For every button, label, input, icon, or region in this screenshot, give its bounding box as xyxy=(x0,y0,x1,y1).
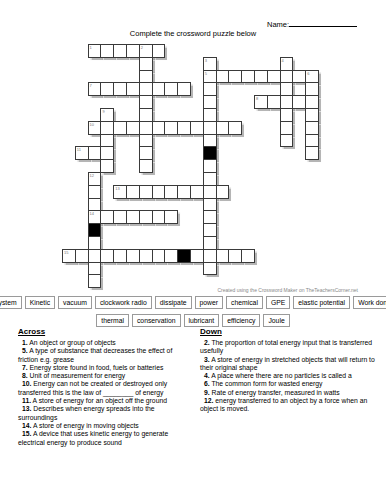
crossword-cell[interactable]: 4 xyxy=(280,57,294,71)
crossword-cell[interactable] xyxy=(126,82,140,96)
crossword-cell[interactable] xyxy=(164,121,178,135)
crossword-cell[interactable] xyxy=(305,146,319,160)
clue-number: 2 xyxy=(141,45,143,50)
across-clue: 5. A type of substance that decreases th… xyxy=(18,347,194,364)
crossword-cell[interactable] xyxy=(139,159,153,173)
clue-number: 3 xyxy=(205,58,207,63)
clue-num-label: 10. xyxy=(22,380,31,387)
crossword-cell[interactable] xyxy=(203,185,217,199)
clue-number: 9 xyxy=(102,109,104,114)
clue-number: 11 xyxy=(77,147,81,152)
name-blank-line[interactable] xyxy=(289,18,357,27)
crossword-cell[interactable] xyxy=(139,134,153,148)
word-bank-item: thermal xyxy=(96,314,129,327)
crossword-cell[interactable] xyxy=(305,82,319,96)
clue-number: 12 xyxy=(90,173,94,178)
crossword-cell[interactable] xyxy=(280,134,294,148)
crossword-cell[interactable] xyxy=(100,210,114,224)
crossword-cell[interactable] xyxy=(203,108,217,122)
crossword-cell[interactable] xyxy=(164,185,178,199)
crossword-cell[interactable] xyxy=(203,236,217,250)
crossword-cell[interactable] xyxy=(241,249,255,263)
crossword-cell[interactable] xyxy=(100,146,114,160)
crossword-cell[interactable] xyxy=(100,82,114,96)
crossword-cell[interactable] xyxy=(203,249,217,263)
crossword-cell[interactable] xyxy=(75,249,89,263)
crossword-cell[interactable] xyxy=(88,236,102,250)
crossword-cell[interactable] xyxy=(100,44,114,58)
clue-num-label: 14. xyxy=(22,422,31,429)
crossword-cell[interactable] xyxy=(267,70,281,84)
crossword-cell[interactable] xyxy=(203,262,217,276)
clue-number: 5 xyxy=(205,71,207,76)
crossword-cell[interactable]: 1 xyxy=(88,44,102,58)
crossword-cell[interactable] xyxy=(126,210,140,224)
word-bank-item: lubricant xyxy=(184,314,220,327)
crossword-cell[interactable]: 11 xyxy=(75,146,89,160)
crossword-cell[interactable] xyxy=(280,108,294,122)
clue-num-label: 4. xyxy=(204,372,210,379)
clue-number: 13 xyxy=(115,186,119,191)
crossword-cell[interactable] xyxy=(228,249,242,263)
crossword-cell[interactable] xyxy=(305,108,319,122)
crossword-cell[interactable]: 3 xyxy=(203,57,217,71)
clue-num-label: 12. xyxy=(204,397,213,404)
crossword-cell[interactable] xyxy=(216,121,230,135)
crossword-cell[interactable]: 2 xyxy=(139,44,153,58)
crossword-cell[interactable] xyxy=(100,134,114,148)
crossword-cell[interactable] xyxy=(152,82,166,96)
credit-line: Created using the Crossword Maker on The… xyxy=(0,287,358,293)
crossword-cell[interactable] xyxy=(100,159,114,173)
crossword-cell[interactable] xyxy=(203,159,217,173)
crossword-cell[interactable] xyxy=(292,70,306,84)
across-clue: 13. Describes when energy spreads into t… xyxy=(18,405,194,422)
crossword-cell[interactable] xyxy=(254,70,268,84)
crossword-cell[interactable]: 9 xyxy=(100,108,114,122)
crossword-cell[interactable] xyxy=(216,70,230,84)
crossword-cell[interactable] xyxy=(113,44,127,58)
down-clue: 2. The proportion of total energy input … xyxy=(200,339,381,356)
crossword-cell[interactable] xyxy=(139,185,153,199)
crossword-cell[interactable] xyxy=(126,121,140,135)
clue-number: 14 xyxy=(90,211,94,216)
across-clue: 14. A store of energy in moving objects xyxy=(18,422,194,430)
word-bank-row-1: systemKineticvacuumclockwork radiodissip… xyxy=(0,296,386,309)
word-bank-item: Work done xyxy=(353,296,386,309)
word-bank-item: GPE xyxy=(266,296,290,309)
crossword-cell[interactable] xyxy=(203,198,217,212)
across-clue: 11. A store of energy for an object off … xyxy=(18,397,194,405)
word-bank-item: clockwork radio xyxy=(95,296,152,309)
crossword-cell[interactable] xyxy=(267,95,281,109)
crossword-cell[interactable] xyxy=(203,121,217,135)
crossword-cell[interactable] xyxy=(203,95,217,109)
crossword-cell[interactable] xyxy=(88,198,102,212)
crossword-cell[interactable] xyxy=(126,44,140,58)
crossword-cell[interactable] xyxy=(203,82,217,96)
clue-num-label: 2. xyxy=(204,339,210,346)
crossword-cell[interactable] xyxy=(280,95,294,109)
crossword-cell[interactable] xyxy=(203,172,217,186)
word-bank-item: dissipate xyxy=(155,296,192,309)
word-bank-row-2: thermalconservationlubricantefficiencyJo… xyxy=(0,314,386,327)
crossword-cell[interactable] xyxy=(139,95,153,109)
clue-number: 1 xyxy=(90,45,92,50)
crossword-cell[interactable] xyxy=(305,95,319,109)
crossword-cell[interactable] xyxy=(100,121,114,135)
down-clue: 4. A place where there are no particles … xyxy=(200,372,381,380)
crossword-cell[interactable] xyxy=(177,185,191,199)
crossword-cell[interactable] xyxy=(139,57,153,71)
crossword-cell[interactable] xyxy=(113,249,127,263)
clue-number: 8 xyxy=(256,96,258,101)
word-bank-item: conservation xyxy=(132,314,181,327)
clue-num-label: 8. xyxy=(22,372,28,379)
worksheet-page: { "game": "crossword", "header": { "name… xyxy=(0,0,386,500)
crossword-cell[interactable] xyxy=(139,82,153,96)
name-field: Name: xyxy=(267,18,357,29)
crossword-cell[interactable] xyxy=(139,70,153,84)
across-clue: 10. Energy can not be created or destroy… xyxy=(18,380,194,397)
crossword-cell[interactable] xyxy=(280,121,294,135)
crossword-cell[interactable] xyxy=(241,70,255,84)
word-bank-item: vacuum xyxy=(58,296,92,309)
clue-num-label: 7. xyxy=(22,364,28,371)
crossword-cell[interactable] xyxy=(152,44,166,58)
crossword-cell[interactable] xyxy=(139,210,153,224)
down-heading: Down xyxy=(200,327,381,336)
clue-num-label: 1. xyxy=(22,339,28,346)
word-bank-item: efficiency xyxy=(222,314,260,327)
down-clue: 12. energy transferred to an object by a… xyxy=(200,397,381,414)
down-clue-list: 2. The proportion of total energy input … xyxy=(200,339,381,414)
crossword-cell[interactable] xyxy=(139,121,153,135)
crossword-black-cell xyxy=(177,249,191,263)
crossword-cell[interactable] xyxy=(177,82,191,96)
clue-number: 10 xyxy=(90,122,94,127)
crossword-black-cell xyxy=(203,146,217,160)
crossword-cell[interactable] xyxy=(203,223,217,237)
crossword-cell[interactable]: 15 xyxy=(62,249,76,263)
crossword-cell[interactable] xyxy=(88,185,102,199)
word-bank-item: elastic potential xyxy=(293,296,350,309)
crossword-cell[interactable]: 14 xyxy=(88,210,102,224)
crossword-cell[interactable] xyxy=(177,121,191,135)
crossword-cell[interactable] xyxy=(139,146,153,160)
crossword-cell[interactable] xyxy=(190,185,204,199)
clue-num-label: 3. xyxy=(204,356,210,363)
crossword-cell[interactable] xyxy=(152,185,166,199)
across-clue: 7. Energy store found in food, fuels or … xyxy=(18,364,194,372)
crossword-cell[interactable]: 5 xyxy=(203,70,217,84)
crossword-cell[interactable]: 10 xyxy=(88,121,102,135)
crossword-cell[interactable] xyxy=(164,82,178,96)
crossword-cell[interactable] xyxy=(164,249,178,263)
crossword-cell[interactable] xyxy=(280,82,294,96)
crossword-cell[interactable] xyxy=(190,121,204,135)
crossword-cell[interactable] xyxy=(216,249,230,263)
clue-num-label: 6. xyxy=(204,380,210,387)
crossword-cell[interactable] xyxy=(139,108,153,122)
crossword-cell[interactable] xyxy=(228,121,242,135)
clue-number: 4 xyxy=(282,58,284,63)
down-clue: 6. The common form for wasted energy xyxy=(200,380,381,388)
crossword-cell[interactable]: 7 xyxy=(88,82,102,96)
crossword-cell[interactable] xyxy=(88,249,102,263)
crossword-cell[interactable] xyxy=(228,70,242,84)
crossword-cell[interactable] xyxy=(100,249,114,263)
crossword-cell[interactable]: 8 xyxy=(254,95,268,109)
crossword-cell[interactable] xyxy=(216,185,230,199)
crossword-cell[interactable] xyxy=(280,70,294,84)
word-bank-item: chemical xyxy=(226,296,263,309)
crossword-cell[interactable] xyxy=(113,121,127,135)
crossword-cell[interactable] xyxy=(88,262,102,276)
crossword-cell[interactable] xyxy=(203,210,217,224)
crossword-cell[interactable] xyxy=(190,249,204,263)
crossword-cell[interactable]: 12 xyxy=(88,172,102,186)
crossword-grid: 123456789101112131415 xyxy=(62,44,319,288)
clue-num-label: 13. xyxy=(22,405,31,412)
word-bank-item: power xyxy=(195,296,224,309)
crossword-cell[interactable] xyxy=(152,249,166,263)
clue-number: 15 xyxy=(64,250,68,255)
clue-num-label: 5. xyxy=(22,347,28,354)
page-title: Complete the crossword puzzle below xyxy=(0,29,386,38)
crossword-cell[interactable] xyxy=(113,210,127,224)
word-bank-item: Kinetic xyxy=(25,296,55,309)
crossword-cell[interactable] xyxy=(152,121,166,135)
clue-number: 7 xyxy=(90,83,92,88)
across-clue-list: 1. An object or group of objects5. A typ… xyxy=(18,339,194,447)
crossword-cell[interactable] xyxy=(164,210,178,224)
down-clue: 9. Rate of energy transfer, measured in … xyxy=(200,389,381,397)
crossword-cell[interactable] xyxy=(113,82,127,96)
crossword-cell[interactable]: 6 xyxy=(305,70,319,84)
crossword-cell[interactable] xyxy=(305,121,319,135)
word-bank-item: system xyxy=(0,296,22,309)
clue-num-label: 9. xyxy=(204,389,210,396)
crossword-black-cell xyxy=(88,223,102,237)
crossword-cell[interactable] xyxy=(88,146,102,160)
crossword-cell[interactable] xyxy=(139,249,153,263)
crossword-cell[interactable] xyxy=(126,185,140,199)
clue-num-label: 11. xyxy=(22,397,31,404)
crossword-cell[interactable] xyxy=(126,249,140,263)
clue-num-label: 15. xyxy=(22,430,31,437)
across-clue: 1. An object or group of objects xyxy=(18,339,194,347)
across-clue: 8. Unit of measurement for energy xyxy=(18,372,194,380)
down-clue: 3. A store of energy in stretched object… xyxy=(200,356,381,373)
down-clues-section: Down 2. The proportion of total energy i… xyxy=(200,327,381,414)
crossword-cell[interactable] xyxy=(203,134,217,148)
word-bank-item: Joule xyxy=(263,314,289,327)
crossword-cell[interactable] xyxy=(292,95,306,109)
crossword-cell[interactable] xyxy=(152,210,166,224)
crossword-cell[interactable]: 13 xyxy=(113,185,127,199)
across-heading: Across xyxy=(18,327,194,336)
crossword-cell[interactable] xyxy=(305,134,319,148)
across-clue: 15. A device that uses kinetic energy to… xyxy=(18,430,194,447)
across-clues-section: Across 1. An object or group of objects5… xyxy=(18,327,194,447)
name-label: Name: xyxy=(267,20,289,29)
clue-number: 6 xyxy=(307,71,309,76)
